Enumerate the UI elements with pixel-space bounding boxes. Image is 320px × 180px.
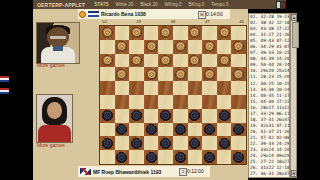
window-controls	[276, 1, 286, 8]
white-piece[interactable]	[131, 27, 142, 38]
white-piece[interactable]	[204, 69, 215, 80]
board-square-dark[interactable]	[129, 81, 144, 95]
board-square-dark[interactable]	[100, 109, 115, 123]
scroll-down-icon[interactable]: ▼	[291, 170, 297, 177]
board-square-light	[129, 123, 144, 137]
white-piece[interactable]	[116, 41, 127, 52]
stats-label: STATS	[94, 2, 108, 7]
board-square-light	[202, 109, 217, 123]
board-square-dark[interactable]	[231, 150, 246, 164]
photo-collar	[53, 46, 63, 51]
board-square-light	[217, 95, 232, 109]
stat-item: BKing 0	[189, 2, 205, 7]
black-piece[interactable]	[116, 152, 127, 163]
board-square-dark[interactable]	[129, 54, 144, 68]
board-square-dark[interactable]	[217, 54, 232, 68]
white-piece[interactable]	[219, 55, 230, 66]
black-piece[interactable]	[219, 110, 230, 121]
board-square-light	[158, 95, 173, 109]
board-square-dark[interactable]	[173, 123, 188, 137]
white-piece[interactable]	[175, 41, 186, 52]
scrollbar-thumb[interactable]	[292, 22, 299, 48]
black-piece[interactable]	[219, 138, 230, 149]
board-square-light	[188, 67, 203, 81]
white-piece[interactable]	[160, 55, 171, 66]
board-square-dark[interactable]	[202, 95, 217, 109]
board-square-light	[100, 150, 115, 164]
player-photo-bottom	[36, 94, 73, 143]
board-square-light	[100, 67, 115, 81]
window-minimize-icon[interactable]	[276, 1, 281, 9]
board-square-dark[interactable]	[129, 136, 144, 150]
black-piece[interactable]	[102, 110, 113, 121]
board-square-light	[115, 26, 130, 40]
player-clock-bottom: 0:12:00	[187, 168, 204, 174]
board-square-dark[interactable]	[115, 67, 130, 81]
white-piece[interactable]	[204, 41, 215, 52]
white-piece[interactable]	[233, 41, 244, 52]
white-piece[interactable]	[160, 27, 171, 38]
board-square-light	[129, 95, 144, 109]
player-name-top: Ricardo Bena 1038	[101, 11, 146, 17]
board-square-light	[202, 81, 217, 95]
photo-face	[47, 102, 62, 119]
white-piece[interactable]	[116, 69, 127, 80]
move-list-row[interactable]: 15. 44-40 17-22	[249, 99, 289, 105]
player-badge-top[interactable]: M	[198, 11, 206, 19]
board-square-dark[interactable]	[144, 40, 159, 54]
board-square-light	[144, 136, 159, 150]
board-square-dark[interactable]	[173, 40, 188, 54]
board-square-light	[188, 150, 203, 164]
move-list: 01. 32-28 19-2302. 38-32 12-1803. 43-38 …	[248, 13, 290, 178]
photo-glasses	[50, 36, 66, 39]
board-square-light	[115, 54, 130, 68]
board-square-dark[interactable]	[158, 54, 173, 68]
title-bar: OERTERP-APPLET STATS White 20Black 20WKi…	[33, 0, 286, 9]
board-square-light	[100, 123, 115, 137]
board-square-dark[interactable]	[188, 81, 203, 95]
board-square-light	[188, 95, 203, 109]
board-square-light	[188, 123, 203, 137]
move-list-row[interactable]: 27. 36-31 28x37	[249, 171, 289, 177]
white-piece[interactable]	[233, 69, 244, 80]
white-piece[interactable]	[219, 27, 230, 38]
player-badge-bottom[interactable]: 2	[179, 168, 187, 176]
flag-netherlands-icon	[0, 88, 9, 94]
board-square-dark[interactable]	[158, 26, 173, 40]
stat-item: Black 20	[140, 2, 157, 7]
board-square-dark[interactable]	[100, 54, 115, 68]
player-name-bottom: MF Roep Bhawanibhiek 1193	[93, 169, 161, 175]
black-piece[interactable]	[160, 138, 171, 149]
board-square-dark[interactable]	[100, 136, 115, 150]
board-square-dark[interactable]	[231, 40, 246, 54]
board-square-light	[158, 67, 173, 81]
board-square-light	[217, 123, 232, 137]
player-bar-bottom: MF Roep Bhawanibhiek 1193 2 0:12:00	[78, 166, 210, 177]
board-square-light	[188, 40, 203, 54]
board-square-light	[144, 54, 159, 68]
board-square-light	[115, 109, 130, 123]
white-piece[interactable]	[189, 27, 200, 38]
board-square-dark[interactable]	[188, 54, 203, 68]
move-list-row[interactable]: 12. 30-25 10-15	[249, 81, 289, 87]
black-piece[interactable]	[102, 138, 113, 149]
stat-item: WKing 0	[164, 2, 181, 7]
black-piece[interactable]	[233, 124, 244, 135]
white-piece[interactable]	[131, 55, 142, 66]
black-piece[interactable]	[146, 124, 157, 135]
player-clock-top: 0:14:00	[206, 11, 223, 17]
board-square-dark[interactable]	[144, 95, 159, 109]
board-square-dark[interactable]	[202, 67, 217, 81]
black-piece[interactable]	[175, 152, 186, 163]
flag-netherlands-icon	[0, 76, 9, 82]
white-piece[interactable]	[102, 27, 113, 38]
player-flag-icon	[80, 168, 91, 175]
board-square-light	[129, 40, 144, 54]
board-square-light	[100, 40, 115, 54]
board-square-dark[interactable]	[129, 26, 144, 40]
black-piece[interactable]	[189, 110, 200, 121]
white-piece[interactable]	[175, 69, 186, 80]
player-flag-icon	[88, 11, 99, 18]
black-piece[interactable]	[131, 138, 142, 149]
board-square-light	[115, 81, 130, 95]
draughts-board	[99, 25, 247, 165]
board-square-dark[interactable]	[217, 109, 232, 123]
player-bar-top: Ricardo Bena 1038 M 0:14:00	[78, 9, 230, 19]
black-piece[interactable]	[189, 138, 200, 149]
board-square-dark[interactable]	[173, 67, 188, 81]
board-square-dark[interactable]	[173, 150, 188, 164]
move-list-scrollbar[interactable]: ▲ ▼	[290, 13, 297, 178]
more-games-link-top[interactable]: More games	[37, 62, 65, 68]
black-piece[interactable]	[160, 110, 171, 121]
board-square-dark[interactable]	[217, 136, 232, 150]
board-square-light	[202, 54, 217, 68]
board-square-light	[100, 95, 115, 109]
board-square-light	[217, 40, 232, 54]
board-square-dark[interactable]	[100, 26, 115, 40]
stats-row: White 20Black 20WKing 0BKing 0Tempo 0	[108, 2, 228, 7]
board-square-dark[interactable]	[158, 109, 173, 123]
stat-item: White 20	[115, 2, 133, 7]
board-square-light	[173, 81, 188, 95]
board-square-light	[231, 54, 246, 68]
board-square-light	[173, 136, 188, 150]
board-square-light	[202, 136, 217, 150]
board-square-light	[173, 109, 188, 123]
black-piece[interactable]	[146, 152, 157, 163]
board-square-light	[231, 136, 246, 150]
board-square-dark[interactable]	[115, 40, 130, 54]
board-square-light	[129, 150, 144, 164]
more-games-link-bottom[interactable]: More games	[37, 142, 65, 148]
stat-item: Tempo 0	[211, 2, 228, 7]
board-square-light	[231, 81, 246, 95]
black-piece[interactable]	[175, 124, 186, 135]
board-square-dark[interactable]	[231, 67, 246, 81]
black-piece[interactable]	[204, 152, 215, 163]
board-square-dark[interactable]	[115, 95, 130, 109]
white-piece[interactable]	[146, 41, 157, 52]
board-square-light	[173, 26, 188, 40]
player-photo-top	[36, 22, 80, 64]
photo-shirt	[38, 125, 71, 142]
board-square-dark[interactable]	[173, 95, 188, 109]
board-square-dark[interactable]	[158, 136, 173, 150]
move-list-row[interactable]: 11. 28-23 15-20	[249, 74, 289, 80]
board-square-light	[231, 26, 246, 40]
board-square-light	[158, 123, 173, 137]
board-square-dark[interactable]	[144, 150, 159, 164]
move-list-row[interactable]: 19. 42x31 07-11	[249, 123, 289, 129]
board-square-light	[202, 26, 217, 40]
move-list-row[interactable]: 14. 40-35 11-17	[249, 93, 289, 99]
board-square-light	[158, 40, 173, 54]
white-piece[interactable]	[146, 69, 157, 80]
board-square-dark[interactable]	[115, 150, 130, 164]
board-square-dark[interactable]	[144, 123, 159, 137]
black-piece[interactable]	[131, 110, 142, 121]
board-square-dark[interactable]	[231, 95, 246, 109]
app-title: OERTERP-APPLET	[37, 2, 85, 8]
board-square-dark[interactable]	[188, 26, 203, 40]
move-list-row[interactable]: 16. 28x17 11x22	[249, 105, 289, 111]
board-square-dark[interactable]	[158, 81, 173, 95]
board-square-light	[115, 136, 130, 150]
scroll-up-icon[interactable]: ▲	[291, 14, 297, 21]
board-square-dark[interactable]	[115, 123, 130, 137]
board-square-light	[144, 109, 159, 123]
black-piece[interactable]	[204, 124, 215, 135]
board-square-light	[231, 109, 246, 123]
board-square-dark[interactable]	[231, 123, 246, 137]
board-square-dark[interactable]	[202, 123, 217, 137]
board-square-light	[158, 150, 173, 164]
white-piece[interactable]	[189, 55, 200, 66]
board-square-dark[interactable]	[202, 40, 217, 54]
board-square-dark[interactable]	[144, 67, 159, 81]
move-list-row[interactable]: 18. 37-31 26x37	[249, 117, 289, 123]
board-square-light	[217, 150, 232, 164]
board-square-light	[173, 54, 188, 68]
board-square-dark[interactable]	[188, 136, 203, 150]
board-square-light	[217, 67, 232, 81]
black-piece[interactable]	[116, 124, 127, 135]
board-square-dark[interactable]	[217, 26, 232, 40]
board-square-dark[interactable]	[100, 81, 115, 95]
move-list-row[interactable]: 13. 34-30 20-24	[249, 87, 289, 93]
board-square-dark[interactable]	[217, 81, 232, 95]
turn-indicator-dot	[79, 11, 86, 18]
board-square-dark[interactable]	[129, 109, 144, 123]
move-list-row[interactable]: 17. 33-29 06-11	[249, 111, 289, 117]
board-square-dark[interactable]	[202, 150, 217, 164]
black-piece[interactable]	[233, 152, 244, 163]
white-piece[interactable]	[102, 55, 113, 66]
board-square-dark[interactable]	[188, 109, 203, 123]
board-square-light	[129, 67, 144, 81]
applet-window: OERTERP-APPLET STATS White 20Black 20WKi…	[0, 0, 320, 180]
board-square-light	[144, 81, 159, 95]
board-square-light	[144, 26, 159, 40]
window-close-icon[interactable]	[282, 1, 287, 9]
